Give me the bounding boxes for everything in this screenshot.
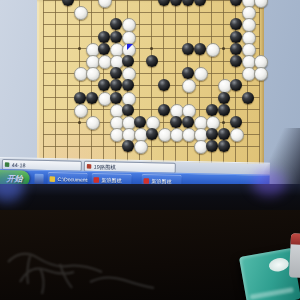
black-stone[interactable]	[74, 92, 86, 104]
monitor-screen: 44·18 19路围棋 开始 C:\Documents and Se...	[0, 0, 300, 186]
black-stone[interactable]	[62, 0, 74, 6]
black-stone[interactable]	[230, 0, 242, 6]
black-stone[interactable]	[242, 92, 254, 104]
white-stone[interactable]	[98, 0, 112, 8]
black-stone[interactable]	[122, 79, 134, 91]
white-stone[interactable]	[86, 67, 100, 81]
black-stone[interactable]	[230, 31, 242, 43]
star-point	[222, 121, 225, 124]
black-stone[interactable]	[206, 128, 218, 140]
black-stone[interactable]	[182, 43, 194, 55]
white-stone[interactable]	[254, 67, 268, 81]
taskbar-button-weiqi-1-label: 新浪围棋	[101, 177, 121, 184]
last-move-marker	[127, 44, 133, 50]
black-stone[interactable]	[98, 79, 110, 91]
black-stone[interactable]	[110, 92, 122, 104]
black-stone[interactable]	[98, 31, 110, 43]
star-point	[78, 47, 81, 50]
grid-line-horizontal	[43, 24, 260, 25]
black-stone[interactable]	[170, 0, 182, 6]
star-point	[78, 121, 81, 124]
white-stone[interactable]	[182, 79, 196, 93]
star-point	[150, 47, 153, 50]
white-stone[interactable]	[74, 104, 88, 118]
white-red-cup	[289, 233, 300, 278]
black-stone[interactable]	[158, 0, 170, 6]
black-stone[interactable]	[146, 128, 158, 140]
board-icon	[87, 164, 92, 169]
black-stone[interactable]	[230, 55, 242, 67]
black-stone[interactable]	[230, 79, 242, 91]
black-stone[interactable]	[158, 104, 170, 116]
black-stone[interactable]	[230, 18, 242, 30]
black-stone[interactable]	[122, 140, 134, 152]
mini-window-game-label: 19路围棋	[94, 164, 116, 170]
black-stone[interactable]	[218, 92, 230, 104]
black-stone[interactable]	[110, 18, 122, 30]
screen-glow-right	[252, 170, 286, 196]
black-stone[interactable]	[206, 104, 218, 116]
ie-icon[interactable]	[34, 174, 43, 184]
black-stone[interactable]	[110, 31, 122, 43]
go-board[interactable]	[37, 0, 264, 168]
black-stone[interactable]	[122, 104, 134, 116]
app-red-icon	[93, 177, 99, 183]
black-stone[interactable]	[182, 116, 194, 128]
bottom-bars: 44·18 19路围棋 开始 C:\Documents and Se...	[0, 157, 270, 186]
black-stone[interactable]	[194, 43, 206, 55]
black-stone[interactable]	[146, 55, 158, 67]
taskbar-button-explorer-label: C:\Documents and Se...	[57, 176, 87, 183]
cup-red-cap	[291, 233, 300, 245]
box-label-band	[250, 287, 294, 300]
star-point	[222, 47, 225, 50]
black-stone[interactable]	[158, 79, 170, 91]
monitor-photo: 44·18 19路围棋 开始 C:\Documents and Se...	[0, 0, 300, 300]
white-stone[interactable]	[230, 128, 244, 142]
desk-reflection-pattern	[0, 212, 170, 300]
white-stone[interactable]	[74, 6, 88, 20]
white-stone[interactable]	[254, 0, 268, 8]
black-stone[interactable]	[182, 0, 194, 6]
black-stone[interactable]	[170, 116, 182, 128]
white-stone[interactable]	[206, 43, 220, 57]
black-stone[interactable]	[110, 67, 122, 79]
black-stone[interactable]	[98, 43, 110, 55]
black-stone[interactable]	[218, 128, 230, 140]
black-stone[interactable]	[218, 140, 230, 152]
white-stone[interactable]	[194, 67, 208, 81]
black-stone[interactable]	[110, 79, 122, 91]
grid-line-horizontal	[43, 0, 260, 1]
black-stone[interactable]	[86, 92, 98, 104]
black-stone[interactable]	[206, 140, 218, 152]
black-stone[interactable]	[230, 43, 242, 55]
black-stone[interactable]	[230, 116, 242, 128]
globe-icon	[5, 162, 10, 167]
black-stone[interactable]	[182, 67, 194, 79]
mini-window-timer-label: 44·18	[12, 162, 26, 168]
black-stone[interactable]	[194, 0, 206, 6]
white-stone[interactable]	[134, 140, 148, 154]
black-stone[interactable]	[122, 55, 134, 67]
folder-icon	[49, 176, 55, 182]
box-logo	[268, 257, 290, 273]
black-stone[interactable]	[134, 116, 146, 128]
white-stone[interactable]	[86, 116, 100, 130]
black-stone[interactable]	[218, 104, 230, 116]
grid-line-horizontal	[43, 36, 260, 37]
